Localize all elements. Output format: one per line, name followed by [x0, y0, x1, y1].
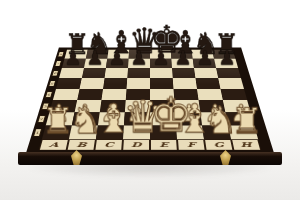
file-label-h: H: [231, 139, 261, 150]
square-c5[interactable]: [103, 78, 127, 89]
square-d6[interactable]: [127, 68, 150, 78]
chess-board: 87654321 ♜♞♝♛♚♝♞♜♟♟♟♟♟♟♟♟♟♟♟♟♟♟♟♟♜♞♝♛♚♝♞…: [26, 47, 274, 153]
square-c6[interactable]: [105, 68, 128, 78]
rank-label-1: 1: [33, 129, 42, 137]
piece-black-pawn[interactable]: ♟: [128, 48, 150, 68]
file-label-a: A: [39, 139, 69, 150]
rank-label-5: 5: [48, 81, 55, 87]
square-c7[interactable]: ♟: [106, 59, 129, 68]
square-a1[interactable]: ♜: [42, 125, 72, 139]
square-h6[interactable]: [216, 68, 241, 78]
square-e7[interactable]: ♟: [150, 59, 172, 68]
chess-board-3d: 87654321 ♜♞♝♛♚♝♞♜♟♟♟♟♟♟♟♟♟♟♟♟♟♟♟♟♜♞♝♛♚♝♞…: [26, 47, 274, 153]
square-d1[interactable]: ♛: [123, 125, 150, 139]
square-g1[interactable]: ♞: [202, 125, 231, 139]
piece-black-pawn[interactable]: ♟: [216, 48, 238, 68]
piece-black-pawn[interactable]: ♟: [150, 48, 172, 68]
square-g7[interactable]: ♟: [193, 59, 216, 68]
file-label-d: D: [122, 139, 150, 150]
square-a7[interactable]: ♟: [62, 59, 86, 68]
square-h7[interactable]: ♟: [214, 59, 238, 68]
square-b5[interactable]: [80, 78, 105, 89]
square-c1[interactable]: ♝: [96, 125, 124, 139]
rank-label-7: 7: [55, 61, 62, 66]
piece-black-pawn[interactable]: ♟: [106, 48, 128, 68]
piece-white-knight[interactable]: ♞: [204, 101, 231, 139]
square-a6[interactable]: [59, 68, 84, 78]
square-g5[interactable]: [195, 78, 220, 89]
brass-clasp-right: [220, 150, 231, 165]
piece-white-queen[interactable]: ♛: [123, 95, 150, 139]
file-label-g: G: [204, 139, 233, 150]
square-h1[interactable]: ♜: [228, 125, 258, 139]
rank-label-4: 4: [45, 91, 53, 97]
file-label-e: E: [150, 139, 178, 150]
square-a5[interactable]: [56, 78, 82, 89]
file-label-b: B: [67, 139, 96, 150]
square-f6[interactable]: [172, 68, 195, 78]
piece-white-king[interactable]: ♚: [150, 92, 177, 139]
file-label-f: F: [177, 139, 206, 150]
box-front-edge: [18, 152, 282, 165]
piece-white-rook[interactable]: ♜: [42, 103, 69, 139]
brass-clasp-left: [71, 150, 82, 165]
shadow: [30, 163, 270, 177]
piece-white-knight[interactable]: ♞: [69, 101, 96, 139]
rank-label-6: 6: [52, 70, 59, 75]
square-f7[interactable]: ♟: [171, 59, 194, 68]
board-grid: ♜♞♝♛♚♝♞♜♟♟♟♟♟♟♟♟♟♟♟♟♟♟♟♟♜♞♝♛♚♝♞♜: [42, 50, 258, 140]
piece-black-pawn[interactable]: ♟: [84, 48, 106, 68]
piece-black-pawn[interactable]: ♟: [62, 48, 84, 68]
square-b7[interactable]: ♟: [84, 59, 107, 68]
square-f1[interactable]: ♝: [176, 125, 204, 139]
piece-white-bishop[interactable]: ♝: [177, 99, 204, 139]
square-h5[interactable]: [218, 78, 244, 89]
square-d5[interactable]: [127, 78, 150, 89]
square-e1[interactable]: ♚: [150, 125, 177, 139]
square-b1[interactable]: ♞: [69, 125, 98, 139]
piece-black-pawn[interactable]: ♟: [194, 48, 216, 68]
piece-white-bishop[interactable]: ♝: [96, 99, 123, 139]
file-labels: ABCDEFGH: [39, 139, 261, 150]
piece-white-rook[interactable]: ♜: [231, 103, 258, 139]
piece-black-pawn[interactable]: ♟: [172, 48, 194, 68]
photo-background: 87654321 ♜♞♝♛♚♝♞♜♟♟♟♟♟♟♟♟♟♟♟♟♟♟♟♟♜♞♝♛♚♝♞…: [0, 0, 300, 200]
square-b6[interactable]: [82, 68, 106, 78]
square-d7[interactable]: ♟: [128, 59, 150, 68]
square-e6[interactable]: [150, 68, 173, 78]
square-g6[interactable]: [194, 68, 218, 78]
file-label-c: C: [94, 139, 123, 150]
